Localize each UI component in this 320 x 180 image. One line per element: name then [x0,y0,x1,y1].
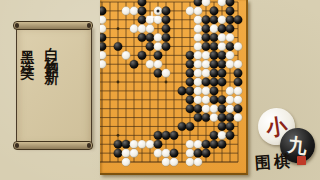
black-stone [202,78,211,87]
white-stone [154,149,163,158]
white-stone [122,7,131,16]
white-stone [146,24,155,33]
white-stone [154,42,163,51]
white-stone [202,51,211,60]
black-stone [138,33,147,42]
black-stone [186,95,195,104]
black-stone [210,87,219,96]
black-stone [130,60,139,69]
black-stone [210,95,219,104]
black-stone [186,78,195,87]
go-board [100,0,248,175]
black-stone [122,140,131,149]
video-thumbnail: 白杨鼎新 黑连笑 [0,0,320,180]
black-stone [186,60,195,69]
white-stone [226,51,235,60]
white-stone [194,69,203,78]
black-stone [210,7,219,16]
black-player-name: 连笑 [20,49,35,61]
white-stone [234,60,243,69]
white-stone [202,87,211,96]
white-stone [130,24,139,33]
logo-red-seal [297,156,306,165]
white-stone [194,78,203,87]
black-stone [218,122,227,131]
black-stone [226,131,235,140]
white-stone [130,140,139,149]
black-stone [210,131,219,140]
white-label: 白 [44,36,59,42]
black-stone [202,140,211,149]
black-stone [170,131,179,140]
white-stone [218,42,227,51]
black-stone [186,104,195,113]
black-stone [138,51,147,60]
white-stone [100,24,106,33]
black-stone [226,113,235,122]
black-stone [226,15,235,24]
white-stone [218,15,227,24]
black-stone [100,42,106,51]
white-stone [194,7,203,16]
white-stone [210,104,219,113]
black-stone [162,24,171,33]
white-stone [194,87,203,96]
white-stone [194,15,203,24]
black-stone [234,104,243,113]
black-stone [194,104,203,113]
black-stone [210,69,219,78]
black-stone [186,51,195,60]
black-stone [162,33,171,42]
white-stone [218,131,227,140]
white-stone [234,87,243,96]
black-stone [226,7,235,16]
black-stone [100,7,106,16]
black-stone [138,7,147,16]
black-stone [210,42,219,51]
black-label: 黑 [20,39,35,45]
black-stone [210,51,219,60]
white-stone [186,158,195,167]
white-stone [154,60,163,69]
black-stone [202,113,211,122]
white-player-name: 杨鼎新 [44,46,59,64]
black-stone [178,122,187,131]
white-stone [122,158,131,167]
black-stone [162,7,171,16]
black-stone [226,42,235,51]
scroll-parchment: 白杨鼎新 黑连笑 [16,26,92,147]
white-stone [226,60,235,69]
white-stone [130,7,139,16]
white-stone [226,33,235,42]
white-stone [194,51,203,60]
black-stone [210,140,219,149]
white-stone [194,140,203,149]
black-stone [178,87,187,96]
white-stone [202,60,211,69]
black-stone [186,87,195,96]
black-stone [210,60,219,69]
black-stone [114,149,123,158]
black-stone [202,149,211,158]
white-stone [226,95,235,104]
black-stone [226,122,235,131]
black-stone [210,33,219,42]
white-stone [194,24,203,33]
player-scroll: 白杨鼎新 黑连笑 [13,21,93,150]
black-stone [186,69,195,78]
white-stone [202,0,211,6]
white-player-column: 白杨鼎新 [43,36,59,64]
black-stone [210,15,219,24]
white-stone [162,149,171,158]
black-stone [154,140,163,149]
go-board-svg [100,0,246,173]
black-stone [218,69,227,78]
black-stone [218,140,227,149]
white-stone [210,113,219,122]
black-stone [226,24,235,33]
black-stone [194,149,203,158]
white-stone [194,95,203,104]
black-stone [146,42,155,51]
black-stone [234,15,243,24]
black-stone [162,131,171,140]
black-stone [218,78,227,87]
black-stone [202,24,211,33]
black-stone [234,69,243,78]
logo-caption: 围棋 [254,150,299,174]
black-stone [114,42,123,51]
black-stone [218,51,227,60]
black-player-column: 黑连笑 [19,39,35,61]
white-stone [226,104,235,113]
black-stone [186,122,195,131]
white-stone [162,69,171,78]
black-stone [114,140,123,149]
black-stone [218,113,227,122]
white-stone [170,158,179,167]
black-stone [154,131,163,140]
black-stone [170,149,179,158]
white-stone [122,51,131,60]
black-stone [218,24,227,33]
white-stone [122,149,131,158]
last-move-marker [157,9,160,12]
white-stone [194,158,203,167]
black-stone [154,51,163,60]
white-stone [138,140,147,149]
white-stone [146,140,155,149]
white-stone [218,0,227,6]
white-stone [154,33,163,42]
black-stone [234,78,243,87]
black-stone [218,60,227,69]
black-stone [194,113,203,122]
black-stone [146,33,155,42]
white-stone [146,60,155,69]
white-stone [202,104,211,113]
white-stone [100,15,106,24]
white-stone [194,60,203,69]
white-stone [130,149,139,158]
white-stone [186,149,195,158]
black-stone [162,15,171,24]
white-stone [100,60,106,69]
black-stone [202,15,211,24]
stones [100,0,242,166]
white-stone [210,24,219,33]
white-stone [234,113,243,122]
white-stone [234,42,243,51]
white-stone [226,87,235,96]
black-stone [202,42,211,51]
white-stone [202,95,211,104]
black-stone [202,33,211,42]
black-stone [162,42,171,51]
white-stone [186,140,195,149]
white-stone [186,7,195,16]
white-stone [202,69,211,78]
white-stone [218,33,227,42]
scroll-roller-bottom [13,141,93,150]
white-stone [100,51,106,60]
black-stone [138,15,147,24]
black-stone [154,69,163,78]
black-stone [226,0,235,6]
scroll-roller-top [13,21,93,30]
white-stone [194,33,203,42]
black-stone [194,0,203,6]
white-stone [138,24,147,33]
black-stone [138,0,147,6]
white-stone [234,95,243,104]
black-stone [218,95,227,104]
black-stone [100,33,106,42]
black-stone [210,78,219,87]
white-stone [194,42,203,51]
black-stone [218,104,227,113]
white-stone [162,158,171,167]
